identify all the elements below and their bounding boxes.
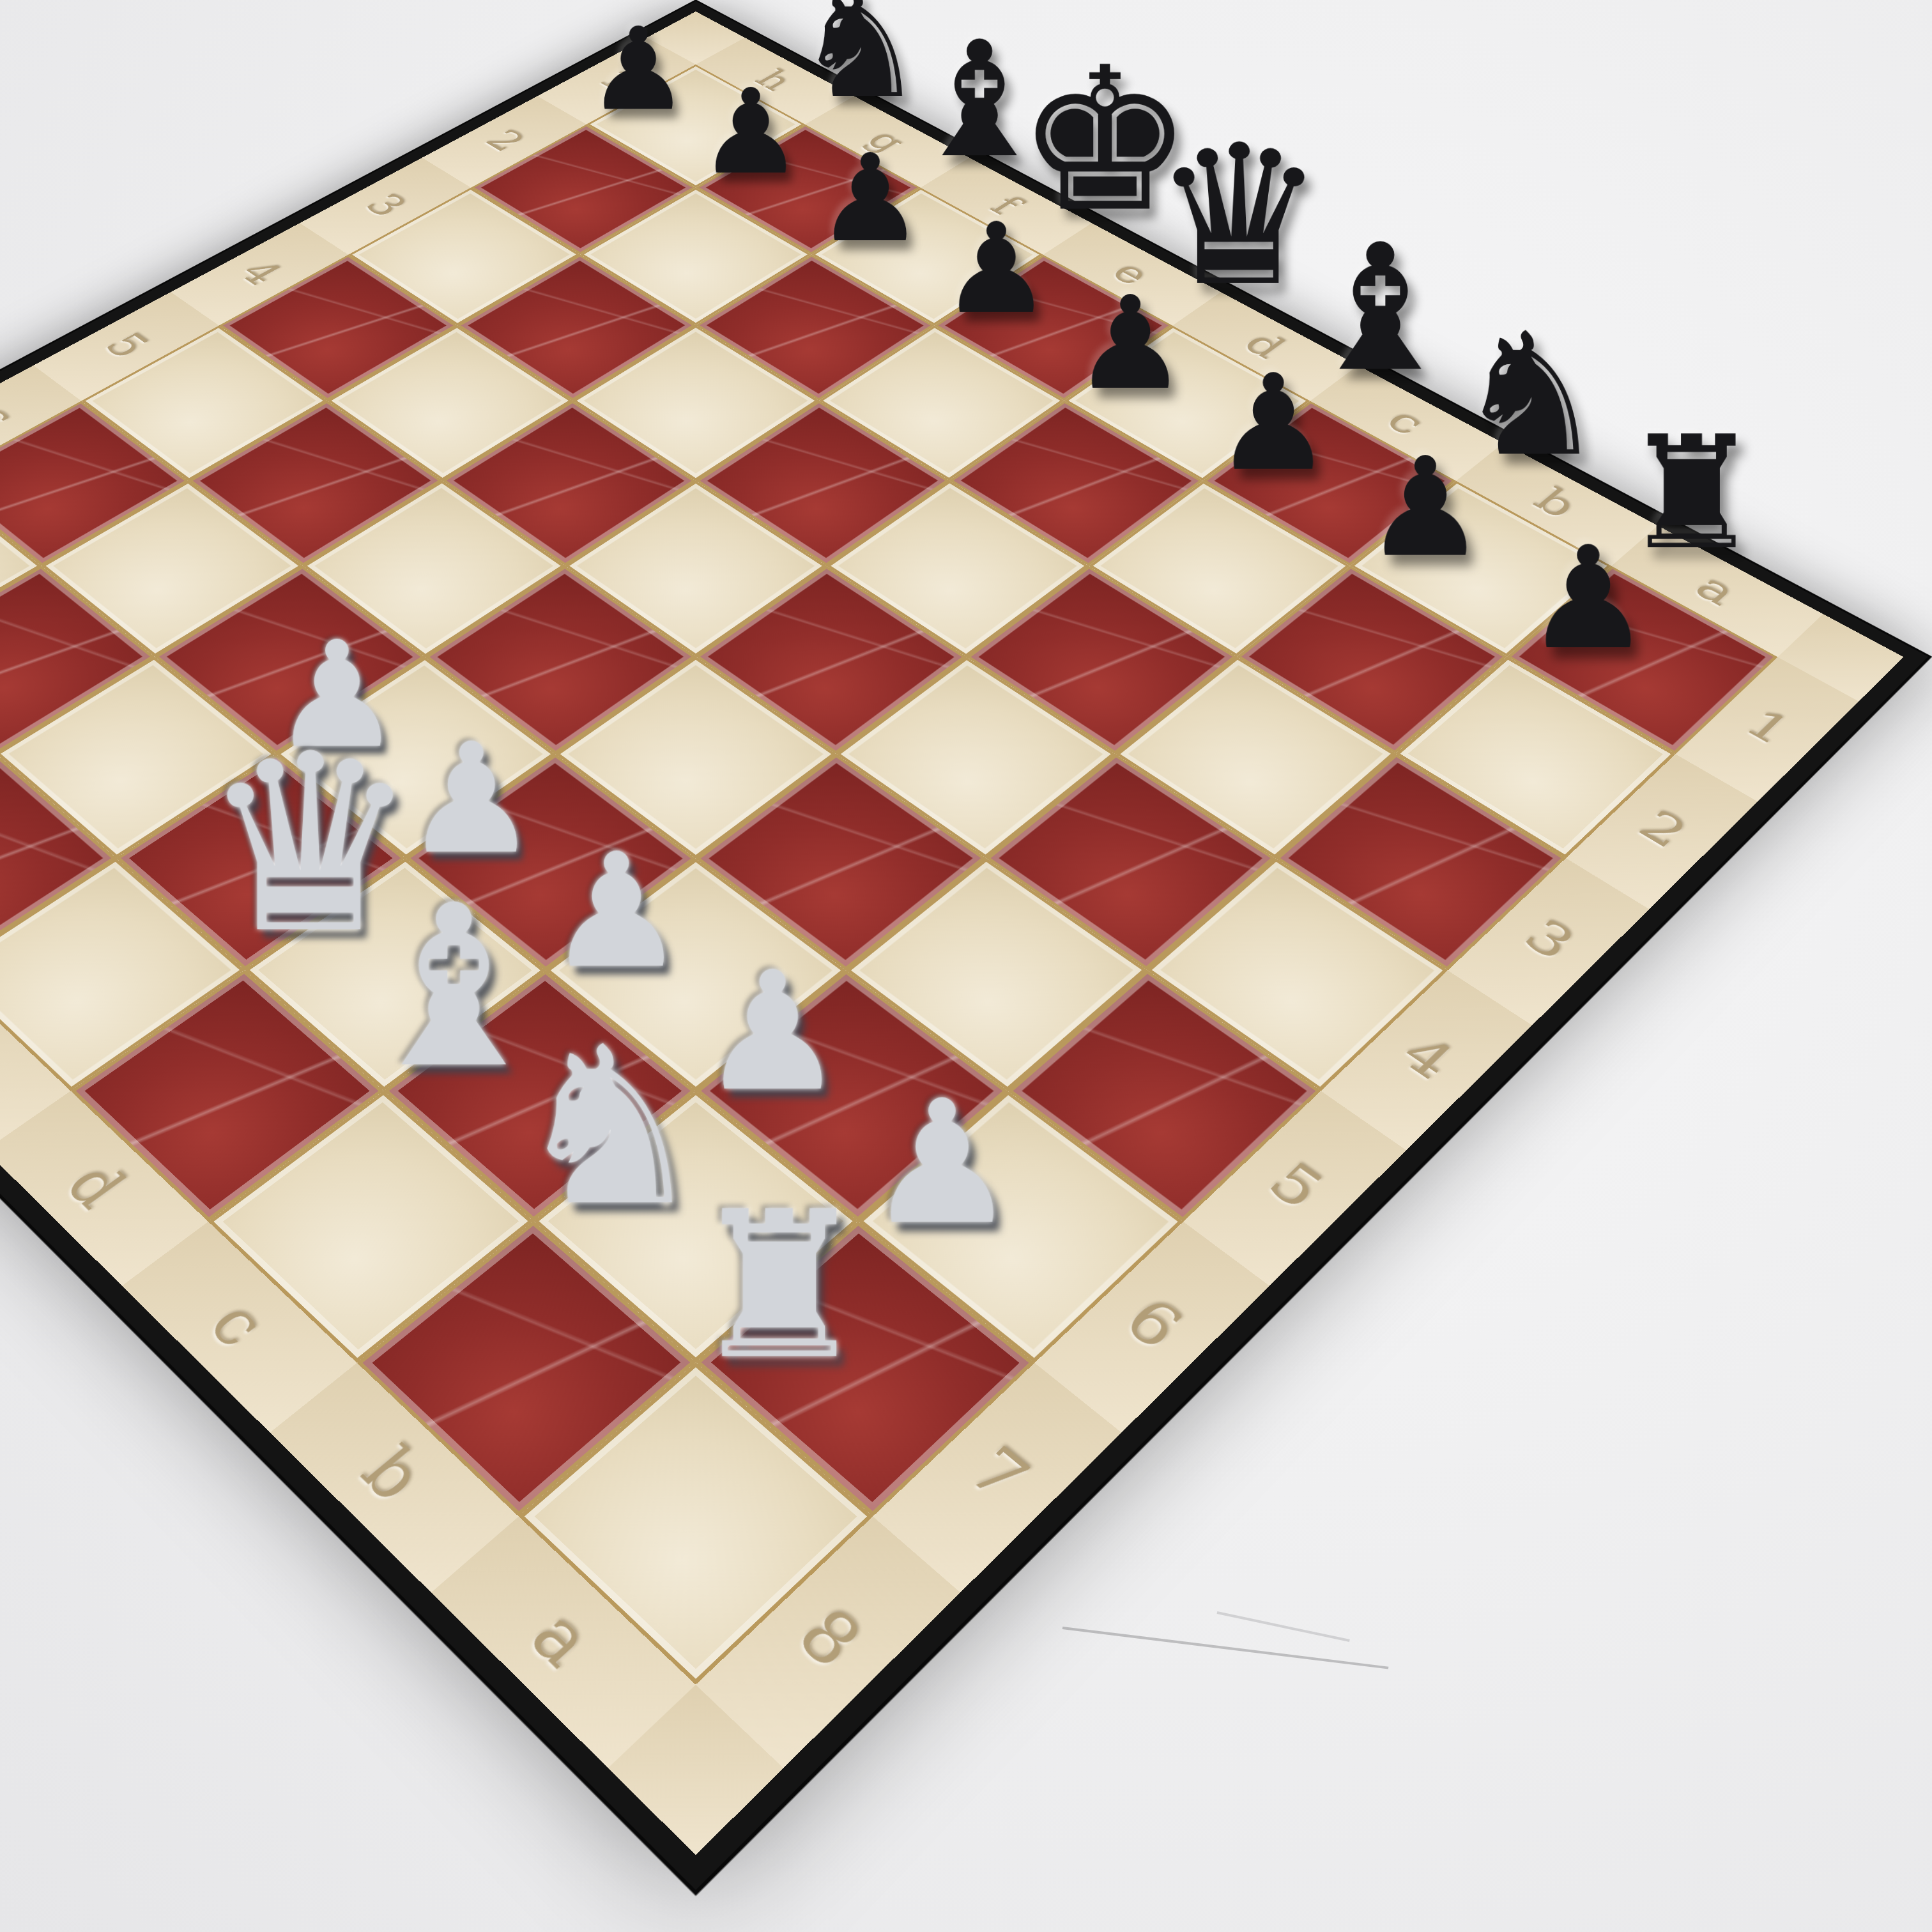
piece-black-p-c2: ♟ xyxy=(1214,360,1333,486)
piece-white-p-a7: ♟ xyxy=(865,1082,1018,1245)
chess-board: abcdefgh8♜♞♝♛87♟♟♟♟♟7665544332♟♟♟♟♟♟♟♟21… xyxy=(0,1,1928,1890)
piece-white-p-d7: ♟ xyxy=(403,728,539,872)
table-scratch-line-2 xyxy=(1217,1611,1350,1642)
piece-black-p-f2: ♟ xyxy=(816,141,924,256)
board-grid: abcdefgh8♜♞♝♛87♟♟♟♟♟7665544332♟♟♟♟♟♟♟♟21… xyxy=(0,11,1903,1855)
square-b2: ♟ xyxy=(1236,566,1506,754)
piece-black-n-g1: ♞ xyxy=(795,0,926,115)
piece-white-p-b7: ♟ xyxy=(699,954,846,1110)
piece-white-n-b8: ♞ xyxy=(512,1023,707,1230)
piece-white-r-a8: ♜ xyxy=(688,1190,870,1383)
piece-black-p-h2: ♟ xyxy=(587,15,689,124)
piece-black-p-g2: ♟ xyxy=(698,77,804,188)
table-surface: abcdefgh8♜♞♝♛87♟♟♟♟♟7665544332♟♟♟♟♟♟♟♟21… xyxy=(0,0,1932,1932)
piece-black-p-d2: ♟ xyxy=(1073,283,1188,405)
square-d3 xyxy=(826,481,1088,657)
piece-black-p-a2: ♟ xyxy=(1524,532,1652,666)
piece-white-p-c7: ♟ xyxy=(546,837,687,987)
board-rim: abcdefgh8♜♞♝♛87♟♟♟♟♟7665544332♟♟♟♟♟♟♟♟21… xyxy=(0,1,1928,1890)
table-scratch-line xyxy=(1062,1627,1389,1669)
piece-black-p-b2: ♟ xyxy=(1364,443,1487,574)
piece-black-p-e2: ♟ xyxy=(940,210,1052,328)
